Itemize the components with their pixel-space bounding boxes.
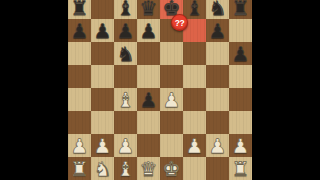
square-g6[interactable] [206, 42, 229, 65]
square-g5[interactable] [206, 65, 229, 88]
square-c7[interactable]: ♟ [114, 19, 137, 42]
piece-white-pawn[interactable]: ♟ [68, 134, 91, 157]
square-h6[interactable]: ♟ [229, 42, 252, 65]
piece-white-pawn[interactable]: ♟ [229, 134, 252, 157]
piece-black-bishop[interactable]: ♝ [114, 0, 137, 19]
square-c1[interactable]: ♝ [114, 157, 137, 180]
piece-white-pawn[interactable]: ♟ [160, 88, 183, 111]
square-e3[interactable] [160, 111, 183, 134]
square-h1[interactable]: ♜ [229, 157, 252, 180]
square-g1[interactable] [206, 157, 229, 180]
square-b5[interactable] [91, 65, 114, 88]
piece-black-knight[interactable]: ♞ [114, 42, 137, 65]
piece-black-pawn[interactable]: ♟ [137, 88, 160, 111]
square-h3[interactable] [229, 111, 252, 134]
square-b4[interactable] [91, 88, 114, 111]
piece-black-pawn[interactable]: ♟ [206, 19, 229, 42]
square-a3[interactable] [68, 111, 91, 134]
square-d3[interactable] [137, 111, 160, 134]
square-c5[interactable] [114, 65, 137, 88]
square-c2[interactable]: ♟ [114, 134, 137, 157]
piece-white-pawn[interactable]: ♟ [206, 134, 229, 157]
square-d8[interactable]: ♛ [137, 0, 160, 19]
square-b1[interactable]: ♞ [91, 157, 114, 180]
square-f8[interactable]: ♝ [183, 0, 206, 19]
piece-black-knight[interactable]: ♞ [206, 0, 229, 19]
square-b7[interactable]: ♟ [91, 19, 114, 42]
piece-white-knight[interactable]: ♞ [91, 157, 114, 180]
square-a1[interactable]: ♜ [68, 157, 91, 180]
piece-white-king[interactable]: ♚ [160, 157, 183, 180]
square-e4[interactable]: ♟ [160, 88, 183, 111]
chess-board: ♜♝♛♚♝♞♜♟♟♟♟♟♞♟♝♟♟♟♟♟♟♟♟♜♞♝♛♚♜ [68, 0, 252, 180]
piece-white-rook[interactable]: ♜ [68, 157, 91, 180]
blunder-badge-label: ?? [175, 18, 184, 28]
square-h7[interactable] [229, 19, 252, 42]
piece-white-rook[interactable]: ♜ [229, 157, 252, 180]
square-f4[interactable] [183, 88, 206, 111]
square-a6[interactable] [68, 42, 91, 65]
square-f2[interactable]: ♟ [183, 134, 206, 157]
piece-white-bishop[interactable]: ♝ [114, 88, 137, 111]
square-d7[interactable]: ♟ [137, 19, 160, 42]
square-d2[interactable] [137, 134, 160, 157]
letterbox-left [0, 0, 68, 180]
square-b2[interactable]: ♟ [91, 134, 114, 157]
square-f5[interactable] [183, 65, 206, 88]
square-a2[interactable]: ♟ [68, 134, 91, 157]
square-b6[interactable] [91, 42, 114, 65]
video-frame: ♜♝♛♚♝♞♜♟♟♟♟♟♞♟♝♟♟♟♟♟♟♟♟♜♞♝♛♚♜ ?? [0, 0, 320, 180]
square-c3[interactable] [114, 111, 137, 134]
piece-black-rook[interactable]: ♜ [68, 0, 91, 19]
square-g4[interactable] [206, 88, 229, 111]
square-c8[interactable]: ♝ [114, 0, 137, 19]
square-d1[interactable]: ♛ [137, 157, 160, 180]
square-f3[interactable] [183, 111, 206, 134]
piece-white-pawn[interactable]: ♟ [183, 134, 206, 157]
square-h8[interactable]: ♜ [229, 0, 252, 19]
piece-white-pawn[interactable]: ♟ [91, 134, 114, 157]
square-e2[interactable] [160, 134, 183, 157]
piece-black-pawn[interactable]: ♟ [91, 19, 114, 42]
piece-black-rook[interactable]: ♜ [229, 0, 252, 19]
square-d6[interactable] [137, 42, 160, 65]
piece-black-pawn[interactable]: ♟ [229, 42, 252, 65]
square-h5[interactable] [229, 65, 252, 88]
blunder-badge: ?? [171, 14, 188, 31]
letterbox-right [252, 0, 320, 180]
square-a8[interactable]: ♜ [68, 0, 91, 19]
square-e5[interactable] [160, 65, 183, 88]
square-g2[interactable]: ♟ [206, 134, 229, 157]
piece-black-bishop[interactable]: ♝ [183, 0, 206, 19]
square-b3[interactable] [91, 111, 114, 134]
piece-white-pawn[interactable]: ♟ [114, 134, 137, 157]
square-c4[interactable]: ♝ [114, 88, 137, 111]
piece-black-pawn[interactable]: ♟ [137, 19, 160, 42]
square-h2[interactable]: ♟ [229, 134, 252, 157]
square-a4[interactable] [68, 88, 91, 111]
square-f1[interactable] [183, 157, 206, 180]
square-b8[interactable] [91, 0, 114, 19]
piece-white-bishop[interactable]: ♝ [114, 157, 137, 180]
square-a5[interactable] [68, 65, 91, 88]
piece-black-pawn[interactable]: ♟ [68, 19, 91, 42]
square-d5[interactable] [137, 65, 160, 88]
piece-white-queen[interactable]: ♛ [137, 157, 160, 180]
square-g3[interactable] [206, 111, 229, 134]
square-e1[interactable]: ♚ [160, 157, 183, 180]
square-h4[interactable] [229, 88, 252, 111]
square-f6[interactable] [183, 42, 206, 65]
piece-black-queen[interactable]: ♛ [137, 0, 160, 19]
square-g8[interactable]: ♞ [206, 0, 229, 19]
square-c6[interactable]: ♞ [114, 42, 137, 65]
square-d4[interactable]: ♟ [137, 88, 160, 111]
piece-black-pawn[interactable]: ♟ [114, 19, 137, 42]
square-e6[interactable] [160, 42, 183, 65]
square-g7[interactable]: ♟ [206, 19, 229, 42]
square-a7[interactable]: ♟ [68, 19, 91, 42]
